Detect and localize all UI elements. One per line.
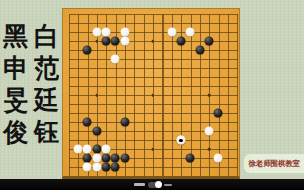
danmaku-toggle[interactable]: [148, 182, 161, 188]
stone-black: [111, 37, 120, 46]
stone-white: [120, 37, 129, 46]
stone-black: [92, 127, 101, 136]
stone-black: [204, 37, 213, 46]
stone-black: [102, 154, 111, 163]
watermark: 徐老师围棋教室: [244, 154, 304, 173]
star-point: [208, 148, 211, 151]
caption-left: [134, 183, 145, 186]
stone-black: [111, 163, 120, 172]
player-bar: [0, 179, 304, 190]
stone-white: [167, 28, 176, 37]
video-frame: 黑 白 申 范 旻 廷 俊 钰 徐老师围棋教室: [0, 0, 304, 190]
stone-white: [92, 154, 101, 163]
stone-white: [186, 28, 195, 37]
stone-white: [102, 145, 111, 154]
star-point: [95, 94, 98, 97]
stone-black: [120, 154, 129, 163]
stone-white-last-move: [176, 136, 185, 145]
stone-white: [214, 154, 223, 163]
players-panel: 黑 白 申 范 旻 廷 俊 钰: [0, 20, 62, 148]
stone-white: [111, 55, 120, 64]
white-label: 白: [34, 23, 59, 49]
stone-black: [186, 154, 195, 163]
toggle-knob: [155, 181, 162, 188]
go-board: [62, 8, 240, 179]
stone-black: [83, 46, 92, 55]
black-name-char-2: 旻: [3, 87, 28, 113]
star-point: [95, 40, 98, 43]
black-name-char-3: 俊: [3, 119, 28, 145]
stone-white: [92, 28, 101, 37]
stone-white: [83, 145, 92, 154]
stone-black: [83, 118, 92, 127]
stone-black: [111, 154, 120, 163]
white-name-char-1: 范: [34, 55, 59, 81]
stone-black: [102, 163, 111, 172]
stone-black: [120, 118, 129, 127]
stone-black: [214, 109, 223, 118]
star-point: [152, 148, 155, 151]
stone-white: [83, 163, 92, 172]
star-point: [152, 94, 155, 97]
stone-black: [176, 37, 185, 46]
stone-white: [120, 28, 129, 37]
black-name-char-1: 申: [3, 55, 28, 81]
stone-black: [83, 154, 92, 163]
white-name-char-3: 钰: [34, 119, 59, 145]
stone-black: [102, 37, 111, 46]
white-name-char-2: 廷: [34, 87, 59, 113]
stone-black: [92, 145, 101, 154]
watermark-text: 徐老师围棋教室: [248, 159, 299, 169]
black-label: 黑: [3, 23, 28, 49]
stone-white: [74, 145, 83, 154]
stone-white: [204, 127, 213, 136]
star-point: [152, 40, 155, 43]
star-point: [208, 94, 211, 97]
stone-white: [92, 163, 101, 172]
stone-white: [102, 28, 111, 37]
last-move-marker: [179, 139, 182, 142]
caption-right: [164, 184, 172, 187]
stone-black: [195, 46, 204, 55]
